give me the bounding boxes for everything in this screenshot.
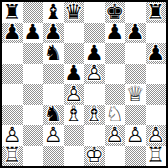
- square-d1[interactable]: [64, 146, 85, 167]
- piece-white-king: ♚♔: [84, 146, 105, 167]
- square-f2[interactable]: ♟♙: [105, 125, 126, 146]
- piece-white-rook: ♜♖: [146, 146, 167, 167]
- square-d7[interactable]: [64, 23, 85, 44]
- square-g6[interactable]: [125, 43, 146, 64]
- piece-black-rook: ♜: [146, 2, 167, 23]
- square-f6[interactable]: [105, 43, 126, 64]
- piece-black-pawn: ♟: [125, 23, 146, 44]
- piece-black-pawn: ♟: [146, 43, 167, 64]
- piece-white-knight: ♞♘: [105, 105, 126, 126]
- square-b2[interactable]: [23, 125, 44, 146]
- piece-white-pawn: ♟♙: [125, 125, 146, 146]
- square-f1[interactable]: [105, 146, 126, 167]
- square-f3[interactable]: ♞♘: [105, 105, 126, 126]
- square-h8[interactable]: ♜: [146, 2, 167, 23]
- square-e8[interactable]: [84, 2, 105, 23]
- piece-glyph-fill: ♜: [146, 2, 167, 23]
- square-b4[interactable]: [23, 84, 44, 105]
- piece-glyph-outline: ♔: [84, 146, 105, 167]
- piece-glyph-outline: ♘: [105, 105, 126, 126]
- piece-glyph-fill: ♟: [146, 43, 167, 64]
- piece-glyph-fill: ♟: [105, 23, 126, 44]
- square-g1[interactable]: [125, 146, 146, 167]
- piece-white-queen: ♛♕: [125, 84, 146, 105]
- piece-black-pawn: ♟: [64, 64, 85, 85]
- piece-glyph-fill: ♟: [23, 23, 44, 44]
- piece-black-knight: ♞: [43, 105, 64, 126]
- square-a4[interactable]: [2, 84, 23, 105]
- square-g5[interactable]: [125, 64, 146, 85]
- square-h6[interactable]: ♟: [146, 43, 167, 64]
- square-c5[interactable]: [43, 64, 64, 85]
- square-b5[interactable]: [23, 64, 44, 85]
- piece-white-pawn: ♟♙: [43, 125, 64, 146]
- square-c7[interactable]: ♟: [43, 23, 64, 44]
- square-h4[interactable]: [146, 84, 167, 105]
- square-c3[interactable]: ♞: [43, 105, 64, 126]
- piece-glyph-outline: ♙: [105, 125, 126, 146]
- piece-white-pawn: ♟♙: [105, 125, 126, 146]
- square-e3[interactable]: ♝♗: [84, 105, 105, 126]
- square-e7[interactable]: [84, 23, 105, 44]
- square-f7[interactable]: ♟: [105, 23, 126, 44]
- piece-black-pawn: ♟: [2, 23, 23, 44]
- piece-glyph-fill: ♟: [64, 64, 85, 85]
- piece-white-pawn: ♟♙: [84, 64, 105, 85]
- square-f5[interactable]: [105, 64, 126, 85]
- piece-glyph-outline: ♗: [64, 105, 85, 126]
- square-d3[interactable]: ♝♗: [64, 105, 85, 126]
- square-d2[interactable]: [64, 125, 85, 146]
- piece-black-knight: ♞: [43, 43, 64, 64]
- square-a5[interactable]: [2, 64, 23, 85]
- piece-glyph-outline: ♗: [84, 105, 105, 126]
- square-d5[interactable]: ♟: [64, 64, 85, 85]
- piece-glyph-outline: ♙: [125, 125, 146, 146]
- square-c2[interactable]: ♟♙: [43, 125, 64, 146]
- square-g4[interactable]: ♛♕: [125, 84, 146, 105]
- piece-glyph-outline: ♖: [146, 146, 167, 167]
- piece-white-rook: ♜♖: [2, 146, 23, 167]
- piece-white-bishop: ♝♗: [64, 105, 85, 126]
- piece-glyph-outline: ♙: [43, 125, 64, 146]
- piece-glyph-outline: ♙: [84, 64, 105, 85]
- square-g7[interactable]: ♟: [125, 23, 146, 44]
- square-a6[interactable]: [2, 43, 23, 64]
- square-e5[interactable]: ♟♙: [84, 64, 105, 85]
- square-a7[interactable]: ♟: [2, 23, 23, 44]
- piece-glyph-fill: ♟: [125, 23, 146, 44]
- square-b3[interactable]: [23, 105, 44, 126]
- square-c6[interactable]: ♞: [43, 43, 64, 64]
- piece-black-pawn: ♟: [43, 23, 64, 44]
- square-g2[interactable]: ♟♙: [125, 125, 146, 146]
- square-h7[interactable]: [146, 23, 167, 44]
- piece-glyph-fill: ♞: [43, 105, 64, 126]
- piece-glyph-outline: ♖: [2, 146, 23, 167]
- square-b7[interactable]: ♟: [23, 23, 44, 44]
- square-b1[interactable]: [23, 146, 44, 167]
- piece-black-pawn: ♟: [105, 23, 126, 44]
- square-h5[interactable]: [146, 64, 167, 85]
- piece-glyph-fill: ♞: [43, 43, 64, 64]
- square-a3[interactable]: [2, 105, 23, 126]
- chess-board-frame: ♜♝♛♚♜♟♟♟♟♟♞♟♟♟♟♙♟♙♛♕♞♝♗♝♗♞♘♟♙♟♙♟♙♟♙♟♙♜♖♚…: [0, 0, 168, 168]
- piece-glyph-outline: ♕: [125, 84, 146, 105]
- square-h3[interactable]: [146, 105, 167, 126]
- square-g3[interactable]: [125, 105, 146, 126]
- piece-glyph-fill: ♟: [2, 23, 23, 44]
- piece-glyph-fill: ♛: [64, 2, 85, 23]
- square-b6[interactable]: [23, 43, 44, 64]
- piece-glyph-fill: ♟: [43, 23, 64, 44]
- chess-board: ♜♝♛♚♜♟♟♟♟♟♞♟♟♟♟♙♟♙♛♕♞♝♗♝♗♞♘♟♙♟♙♟♙♟♙♟♙♜♖♚…: [2, 2, 166, 166]
- piece-black-pawn: ♟: [23, 23, 44, 44]
- piece-white-bishop: ♝♗: [84, 105, 105, 126]
- square-a1[interactable]: ♜♖: [2, 146, 23, 167]
- square-h1[interactable]: ♜♖: [146, 146, 167, 167]
- piece-black-queen: ♛: [64, 2, 85, 23]
- square-e1[interactable]: ♚♔: [84, 146, 105, 167]
- square-c1[interactable]: [43, 146, 64, 167]
- square-d8[interactable]: ♛: [64, 2, 85, 23]
